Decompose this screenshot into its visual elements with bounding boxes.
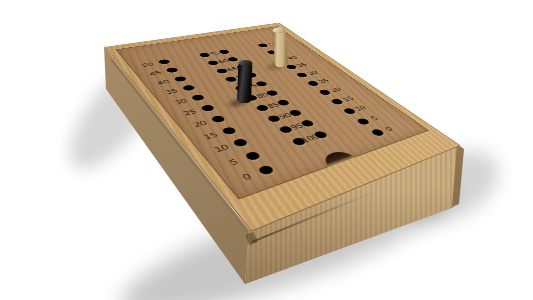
peg-hole: [257, 165, 275, 176]
track-number-label: 30: [172, 98, 189, 106]
track-number-label: 35: [163, 88, 179, 96]
track-number-label: 40: [155, 79, 171, 86]
peg-hole: [244, 151, 262, 161]
track-number-label: 5: [368, 115, 380, 122]
peg-hole: [356, 118, 371, 126]
peg-hole: [370, 128, 386, 136]
black-peg: [237, 62, 252, 103]
peg-hole: [210, 115, 226, 123]
track-number-label: 20: [191, 119, 209, 128]
peg-hole: [173, 76, 187, 82]
peg-hole: [221, 126, 238, 135]
natural-peg: [272, 29, 288, 68]
track-number-label: 10: [212, 143, 231, 154]
track-number-label: 50: [140, 61, 155, 67]
peg-hole: [200, 104, 216, 112]
peg-cap: [238, 60, 252, 66]
scoreboard-product-photo: 5055504560454065403570353075302580252085…: [0, 0, 533, 300]
track-number-label: 15: [201, 131, 219, 141]
track-number-label: 5: [227, 157, 240, 167]
peg-hole: [165, 67, 179, 73]
track-number-label: 0: [240, 172, 254, 182]
peg-hole: [182, 85, 197, 92]
lid-groove-step: [245, 232, 257, 246]
thumb-notch: [319, 149, 355, 167]
peg-hole: [157, 59, 171, 65]
peg-hole: [191, 94, 206, 101]
track-number-label: 0: [382, 125, 394, 132]
peg-body: [272, 29, 288, 68]
track-number-label: 25: [181, 108, 198, 117]
peg-hole: [232, 138, 249, 148]
track-number-label: 45: [147, 70, 162, 77]
peg-body: [237, 62, 252, 103]
